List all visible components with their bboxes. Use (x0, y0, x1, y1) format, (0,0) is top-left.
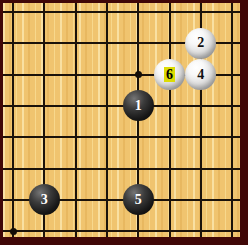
grid-vline-6 (169, 3, 171, 237)
grid-hline-5 (3, 136, 240, 138)
grid-vline-3 (75, 3, 77, 237)
stone-black-1[interactable]: 1 (123, 90, 154, 121)
stone-black-5[interactable]: 5 (123, 184, 154, 215)
star-point (10, 228, 17, 235)
stone-white-6[interactable]: 6 (154, 59, 185, 90)
stone-black-3[interactable]: 3 (29, 184, 60, 215)
go-board[interactable]: 123456 (0, 0, 248, 245)
grid-hline-4 (3, 105, 240, 107)
grid-hline-1 (3, 11, 240, 13)
grid-vline-1 (12, 3, 14, 237)
grid-vline-4 (106, 3, 108, 237)
star-point (135, 71, 142, 78)
grid-hline-8 (3, 230, 240, 232)
move-number-highlighted: 6 (164, 67, 175, 82)
move-number: 5 (135, 193, 142, 207)
grid-hline-6 (3, 168, 240, 170)
stone-white-2[interactable]: 2 (185, 28, 216, 59)
move-number: 4 (197, 68, 204, 82)
move-number: 3 (41, 193, 48, 207)
grid-vline-8 (231, 3, 233, 237)
move-number: 2 (197, 36, 204, 50)
move-number: 1 (135, 99, 142, 113)
